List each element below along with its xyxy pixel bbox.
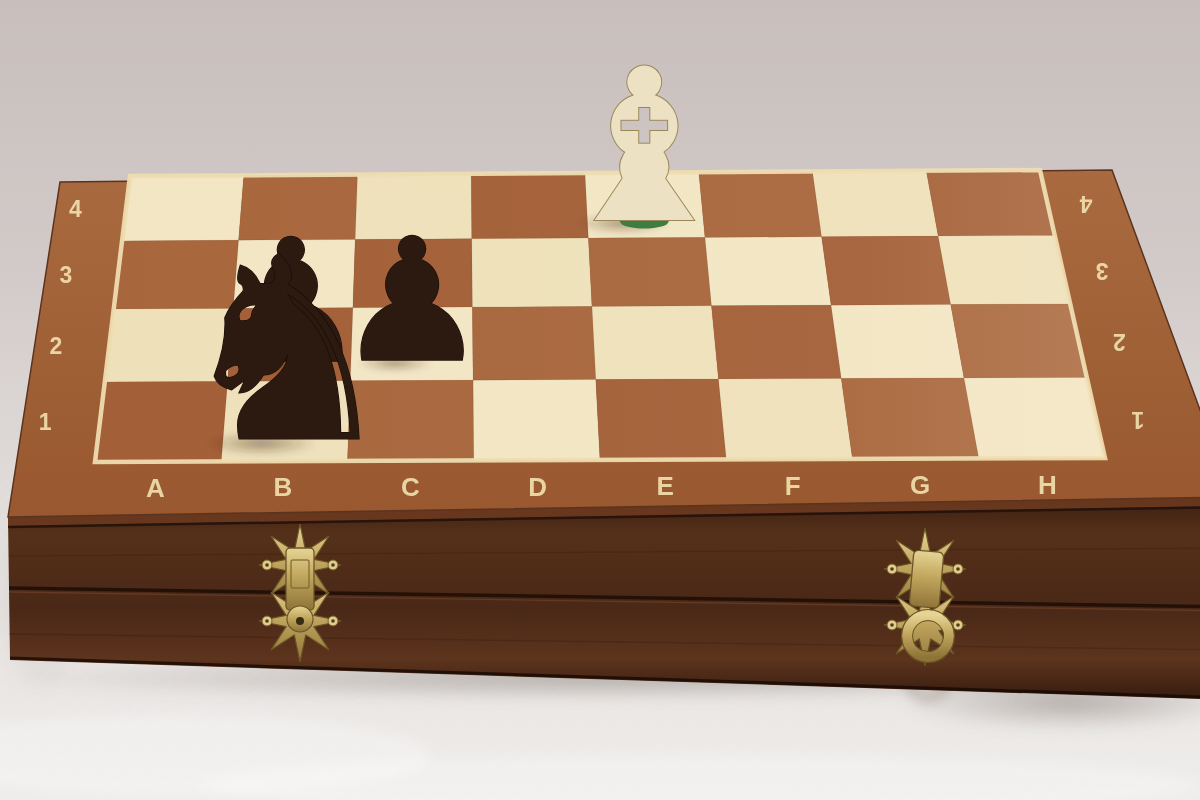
file-label-g: G	[910, 470, 930, 500]
rank-label-right-1: 1	[1131, 407, 1144, 433]
rank-label-left-1: 1	[39, 409, 52, 435]
piece-white-bishop-e4[interactable]: ♝	[550, 24, 740, 270]
piece-black-knight-b1[interactable]: ♞	[173, 203, 401, 499]
rank-label-left-4: 4	[69, 196, 82, 222]
photo-scene: ABCDEFGH43214321♝♟♟♞	[0, 0, 1200, 800]
rank-label-left-2: 2	[50, 333, 63, 359]
rank-label-right-2: 2	[1113, 329, 1126, 355]
file-label-d: D	[528, 472, 547, 502]
rank-label-left-3: 3	[60, 262, 73, 288]
chess-box-photo: ABCDEFGH43214321♝♟♟♞	[0, 0, 1200, 800]
file-label-h: H	[1038, 470, 1057, 500]
rank-label-right-3: 3	[1096, 258, 1109, 284]
rank-label-right-4: 4	[1079, 191, 1092, 217]
file-label-a: A	[146, 473, 165, 503]
file-label-f: F	[785, 471, 801, 501]
file-label-e: E	[656, 471, 673, 501]
file-label-c: C	[401, 472, 420, 502]
